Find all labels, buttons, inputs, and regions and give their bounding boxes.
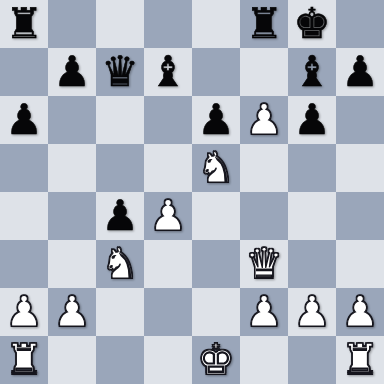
square-b7[interactable]: ♟ bbox=[48, 48, 96, 96]
square-e2[interactable] bbox=[192, 288, 240, 336]
white-pawn-piece[interactable]: ♟ bbox=[293, 291, 331, 333]
square-e5[interactable]: ♞ bbox=[192, 144, 240, 192]
square-f8[interactable]: ♜ bbox=[240, 0, 288, 48]
square-c8[interactable] bbox=[96, 0, 144, 48]
square-a7[interactable] bbox=[0, 48, 48, 96]
white-pawn-piece[interactable]: ♟ bbox=[149, 195, 187, 237]
square-e7[interactable] bbox=[192, 48, 240, 96]
square-a5[interactable] bbox=[0, 144, 48, 192]
square-c6[interactable] bbox=[96, 96, 144, 144]
square-a3[interactable] bbox=[0, 240, 48, 288]
square-g8[interactable]: ♚ bbox=[288, 0, 336, 48]
white-king-piece[interactable]: ♚ bbox=[197, 339, 235, 381]
black-pawn-piece[interactable]: ♟ bbox=[101, 195, 139, 237]
white-pawn-piece[interactable]: ♟ bbox=[341, 291, 379, 333]
square-f2[interactable]: ♟ bbox=[240, 288, 288, 336]
white-queen-piece[interactable]: ♛ bbox=[245, 243, 283, 285]
square-b3[interactable] bbox=[48, 240, 96, 288]
square-h8[interactable] bbox=[336, 0, 384, 48]
square-h2[interactable]: ♟ bbox=[336, 288, 384, 336]
square-f5[interactable] bbox=[240, 144, 288, 192]
square-b6[interactable] bbox=[48, 96, 96, 144]
square-h3[interactable] bbox=[336, 240, 384, 288]
black-pawn-piece[interactable]: ♟ bbox=[53, 51, 91, 93]
black-bishop-piece[interactable]: ♝ bbox=[149, 51, 187, 93]
square-a4[interactable] bbox=[0, 192, 48, 240]
square-b5[interactable] bbox=[48, 144, 96, 192]
square-c5[interactable] bbox=[96, 144, 144, 192]
square-f1[interactable] bbox=[240, 336, 288, 384]
square-c4[interactable]: ♟ bbox=[96, 192, 144, 240]
square-h6[interactable] bbox=[336, 96, 384, 144]
black-pawn-piece[interactable]: ♟ bbox=[197, 99, 235, 141]
square-e8[interactable] bbox=[192, 0, 240, 48]
white-knight-piece[interactable]: ♞ bbox=[197, 147, 235, 189]
square-g1[interactable] bbox=[288, 336, 336, 384]
square-h1[interactable]: ♜ bbox=[336, 336, 384, 384]
square-g5[interactable] bbox=[288, 144, 336, 192]
white-pawn-piece[interactable]: ♟ bbox=[245, 99, 283, 141]
black-pawn-piece[interactable]: ♟ bbox=[293, 99, 331, 141]
black-rook-piece[interactable]: ♜ bbox=[245, 3, 283, 45]
white-knight-piece[interactable]: ♞ bbox=[101, 243, 139, 285]
square-f4[interactable] bbox=[240, 192, 288, 240]
white-pawn-piece[interactable]: ♟ bbox=[53, 291, 91, 333]
square-g6[interactable]: ♟ bbox=[288, 96, 336, 144]
square-a1[interactable]: ♜ bbox=[0, 336, 48, 384]
square-a8[interactable]: ♜ bbox=[0, 0, 48, 48]
square-d1[interactable] bbox=[144, 336, 192, 384]
white-pawn-piece[interactable]: ♟ bbox=[5, 291, 43, 333]
square-a6[interactable]: ♟ bbox=[0, 96, 48, 144]
square-g2[interactable]: ♟ bbox=[288, 288, 336, 336]
square-b2[interactable]: ♟ bbox=[48, 288, 96, 336]
white-pawn-piece[interactable]: ♟ bbox=[245, 291, 283, 333]
square-g4[interactable] bbox=[288, 192, 336, 240]
square-b8[interactable] bbox=[48, 0, 96, 48]
square-e1[interactable]: ♚ bbox=[192, 336, 240, 384]
square-c2[interactable] bbox=[96, 288, 144, 336]
square-d6[interactable] bbox=[144, 96, 192, 144]
white-rook-piece[interactable]: ♜ bbox=[5, 339, 43, 381]
black-queen-piece[interactable]: ♛ bbox=[101, 51, 139, 93]
black-king-piece[interactable]: ♚ bbox=[293, 3, 331, 45]
square-b4[interactable] bbox=[48, 192, 96, 240]
square-e4[interactable] bbox=[192, 192, 240, 240]
square-a2[interactable]: ♟ bbox=[0, 288, 48, 336]
square-f6[interactable]: ♟ bbox=[240, 96, 288, 144]
black-pawn-piece[interactable]: ♟ bbox=[341, 51, 379, 93]
square-e3[interactable] bbox=[192, 240, 240, 288]
black-bishop-piece[interactable]: ♝ bbox=[293, 51, 331, 93]
square-h7[interactable]: ♟ bbox=[336, 48, 384, 96]
square-d8[interactable] bbox=[144, 0, 192, 48]
white-rook-piece[interactable]: ♜ bbox=[341, 339, 379, 381]
square-g3[interactable] bbox=[288, 240, 336, 288]
square-d2[interactable] bbox=[144, 288, 192, 336]
square-g7[interactable]: ♝ bbox=[288, 48, 336, 96]
square-b1[interactable] bbox=[48, 336, 96, 384]
black-pawn-piece[interactable]: ♟ bbox=[5, 99, 43, 141]
square-d3[interactable] bbox=[144, 240, 192, 288]
square-d4[interactable]: ♟ bbox=[144, 192, 192, 240]
chess-board: ♜♜♚♟♛♝♝♟♟♟♟♟♞♟♟♞♛♟♟♟♟♟♜♚♜ bbox=[0, 0, 384, 384]
black-rook-piece[interactable]: ♜ bbox=[5, 3, 43, 45]
square-h5[interactable] bbox=[336, 144, 384, 192]
square-d5[interactable] bbox=[144, 144, 192, 192]
square-c7[interactable]: ♛ bbox=[96, 48, 144, 96]
square-f3[interactable]: ♛ bbox=[240, 240, 288, 288]
square-c1[interactable] bbox=[96, 336, 144, 384]
square-e6[interactable]: ♟ bbox=[192, 96, 240, 144]
square-h4[interactable] bbox=[336, 192, 384, 240]
square-d7[interactable]: ♝ bbox=[144, 48, 192, 96]
square-c3[interactable]: ♞ bbox=[96, 240, 144, 288]
square-f7[interactable] bbox=[240, 48, 288, 96]
